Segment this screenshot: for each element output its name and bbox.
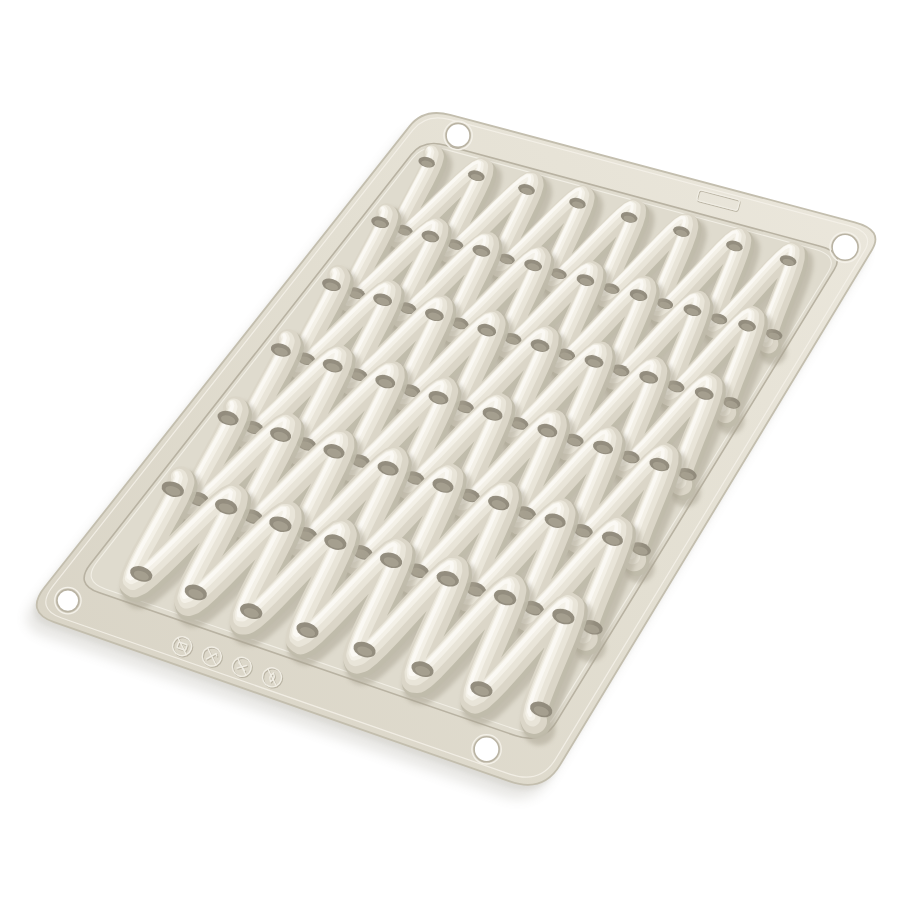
hole-opening — [832, 234, 858, 260]
hole-opening — [446, 123, 470, 147]
corner-hole-1 — [444, 121, 472, 149]
silicone-mold-photo — [0, 0, 900, 900]
hole-opening — [474, 737, 499, 762]
corner-hole-4 — [472, 735, 501, 764]
corner-hole-3 — [55, 587, 81, 613]
corner-hole-2 — [830, 232, 860, 262]
product-photo — [0, 0, 900, 900]
hole-opening — [57, 590, 79, 612]
